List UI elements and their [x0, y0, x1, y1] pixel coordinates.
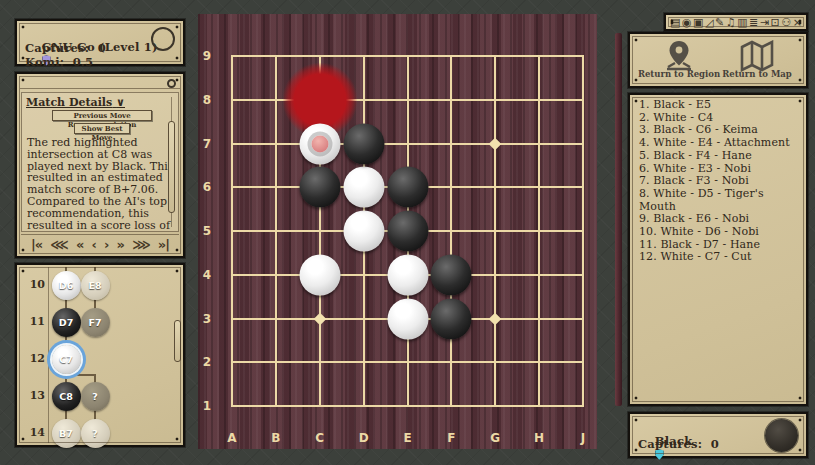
row-label: 4 — [203, 268, 211, 282]
close-icon[interactable]: × — [793, 17, 802, 28]
white-stone — [343, 167, 384, 208]
refresh-icon[interactable] — [167, 79, 176, 88]
tree-move-stone[interactable]: D6 — [52, 271, 81, 300]
skip-to-start-button[interactable]: |« — [31, 238, 42, 251]
step-back-button[interactable]: ‹ — [92, 238, 96, 251]
star-point — [489, 312, 502, 325]
row-label: 9 — [203, 49, 211, 63]
opponent-komi: Komi: 0.5 — [25, 55, 93, 69]
move-log-entry[interactable]: 4. White - E4 - Attachment — [639, 137, 794, 150]
grid-line-vertical — [494, 55, 496, 407]
person-icon[interactable]: ⚇ — [781, 17, 791, 28]
record-icon[interactable]: ◉ — [682, 17, 692, 28]
tree-move-stone[interactable]: ? — [81, 382, 110, 411]
tree-move-stone[interactable]: F7 — [81, 308, 110, 337]
black-stone — [343, 123, 384, 164]
black-stone — [431, 254, 472, 295]
column-label: F — [447, 431, 455, 445]
go-board[interactable]: ABCDEFGHJ987654321 — [198, 14, 597, 449]
move-log-entry[interactable]: 10. White - D6 - Nobi — [639, 226, 794, 239]
previous-recommendation-button[interactable]: Previous Move Recommendation — [52, 110, 152, 121]
return-to-region-button[interactable]: Return to Region — [636, 38, 722, 82]
black-stone — [387, 211, 428, 252]
row-label: 7 — [203, 137, 211, 151]
row-label: 3 — [203, 312, 211, 326]
column-label: A — [227, 431, 236, 445]
black-stone — [387, 167, 428, 208]
opponent-captures: Captures: 0 — [25, 41, 106, 55]
fast-forward-button[interactable]: » — [117, 238, 124, 251]
top-toolbar: ▤◉▣◿✎♫▥≣⇥⊡⚇× — [664, 13, 808, 31]
show-best-move-button[interactable]: Show Best Move — [74, 123, 130, 134]
tree-move-number: 13 — [21, 389, 45, 402]
tree-move-number: 10 — [21, 278, 45, 291]
grid-line-horizontal — [231, 405, 584, 407]
row-label: 2 — [203, 355, 211, 369]
match-details-panel: Match Details ∨ Previous Move Recommenda… — [15, 72, 185, 258]
edit-icon[interactable]: ✎ — [715, 17, 724, 28]
move-log-entry[interactable]: 12. White - C7 - Cut — [639, 251, 794, 264]
move-log-panel: 1. Black - E52. White - C43. Black - C6 … — [628, 93, 808, 406]
fast-back-button[interactable]: « — [76, 238, 83, 251]
tree-move-number: 11 — [21, 315, 45, 328]
tree-move-number: 12 — [21, 352, 45, 365]
star-point — [313, 312, 326, 325]
move-log-list: 1. Black - E52. White - C43. Black - C6 … — [639, 99, 794, 264]
row-label: 8 — [203, 93, 211, 107]
white-stone-icon — [151, 27, 175, 51]
tree-move-stone[interactable]: E8 — [81, 271, 110, 300]
grid-line-vertical — [450, 55, 452, 407]
film-icon[interactable]: ▤ — [670, 17, 680, 28]
match-details-toggle[interactable]: Match Details ∨ — [26, 96, 125, 109]
map-icon — [739, 40, 775, 72]
star-point — [489, 137, 502, 150]
playback-controls: |«⋘«‹›»⋙»| — [21, 234, 179, 254]
grid-line-vertical — [582, 55, 584, 407]
move-tree-area: 10D6E811D7F712C713C8?14B7? — [19, 267, 181, 443]
grid-line-vertical — [538, 55, 540, 407]
grid-line-horizontal — [231, 361, 584, 363]
row-label: 1 — [203, 399, 211, 413]
details-header-strip — [20, 77, 180, 89]
black-stone — [431, 298, 472, 339]
map-pin-icon — [664, 40, 694, 72]
tree-move-stone[interactable]: D7 — [52, 308, 81, 337]
white-stone — [299, 254, 340, 295]
step-forward-button[interactable]: › — [104, 238, 108, 251]
details-scrollbar-thumb[interactable] — [168, 121, 175, 213]
grid-icon[interactable]: ▥ — [737, 17, 747, 28]
row-label: 5 — [203, 224, 211, 238]
tree-move-stone[interactable]: B7 — [52, 419, 81, 448]
jump-back-many-button[interactable]: ⋘ — [50, 238, 68, 251]
last-move-marker — [311, 135, 328, 152]
chart-icon[interactable]: ◿ — [705, 17, 713, 28]
tree-scrollbar-thumb[interactable] — [174, 320, 181, 362]
skip-to-end-button[interactable]: »| — [158, 238, 169, 251]
jump-forward-many-button[interactable]: ⋙ — [132, 238, 150, 251]
column-label: H — [534, 431, 544, 445]
white-stone — [387, 254, 428, 295]
page-edge-decoration — [615, 33, 622, 406]
move-log-entry[interactable]: 1. Black - E5 — [639, 99, 794, 112]
camera-icon[interactable]: ▣ — [693, 17, 703, 28]
column-label: E — [403, 431, 411, 445]
player-panel: Black Captures: 0 — [628, 412, 808, 458]
opponent-panel: GNU Go (Level 1) Captures: 0 Komi: 0.5 — [15, 19, 185, 66]
column-label: G — [490, 431, 500, 445]
move-tree-panel: 10D6E811D7F712C713C8?14B7? — [15, 263, 185, 447]
save-icon[interactable]: ⊡ — [771, 17, 780, 28]
black-stone-icon — [765, 419, 798, 452]
tree-move-stone[interactable]: C8 — [52, 382, 81, 411]
white-stone — [343, 211, 384, 252]
column-label: J — [581, 431, 585, 445]
column-label: C — [315, 431, 324, 445]
chevron-down-icon: ∨ — [116, 96, 125, 109]
column-label: B — [271, 431, 280, 445]
export-icon[interactable]: ⇥ — [760, 17, 769, 28]
region-nav-panel: Return to Region Return to Map — [628, 32, 808, 88]
details-content-box: Match Details ∨ Previous Move Recommenda… — [21, 92, 179, 232]
row-label: 6 — [203, 180, 211, 194]
tree-move-stone[interactable]: ? — [81, 419, 110, 448]
return-to-map-button[interactable]: Return to Map — [714, 38, 800, 82]
music-icon[interactable]: ♫ — [726, 17, 736, 28]
move-log-entry[interactable]: 5. Black - F4 - Hane — [639, 150, 794, 163]
list-icon[interactable]: ≣ — [749, 17, 758, 28]
tree-branch-elbow-h — [65, 374, 96, 376]
white-stone — [387, 298, 428, 339]
player-captures: Captures: 0 — [638, 437, 719, 451]
tree-current-move-stone[interactable]: C7 — [52, 345, 81, 374]
tree-move-number: 14 — [21, 426, 45, 439]
move-log-entry[interactable]: 8. White - D5 - Tiger's Mouth — [639, 188, 794, 213]
black-stone — [299, 167, 340, 208]
column-label: D — [359, 431, 369, 445]
analysis-text: The red highlighted intersection at C8 w… — [27, 137, 179, 232]
